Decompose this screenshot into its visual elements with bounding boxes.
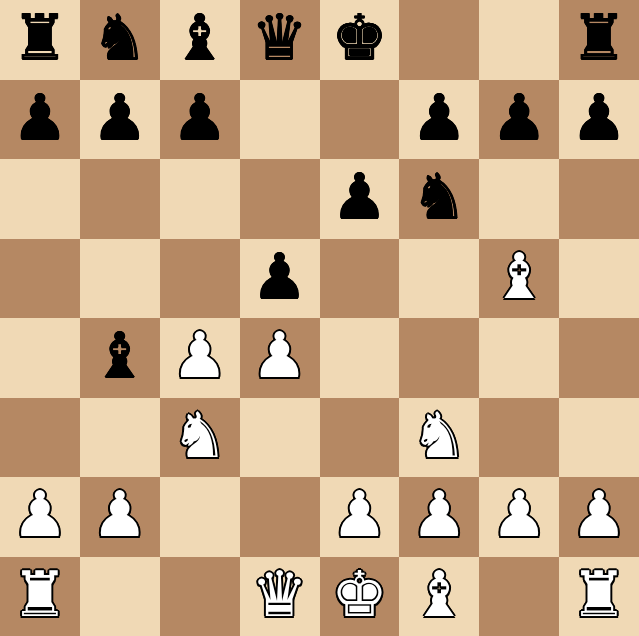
piece-white-rook[interactable]: ♜ — [571, 563, 627, 626]
square-h3[interactable] — [559, 398, 639, 478]
square-h7[interactable]: ♟ — [559, 80, 639, 160]
square-b2[interactable]: ♟ — [80, 477, 160, 557]
piece-black-pawn[interactable]: ♟ — [571, 86, 627, 149]
square-h1[interactable]: ♜ — [559, 557, 639, 636]
square-c8[interactable]: ♝ — [160, 0, 240, 80]
square-e8[interactable]: ♚ — [320, 0, 400, 80]
square-f3[interactable]: ♞ — [399, 398, 479, 478]
square-d2[interactable] — [240, 477, 320, 557]
square-c4[interactable]: ♟ — [160, 318, 240, 398]
square-d7[interactable] — [240, 80, 320, 160]
square-b6[interactable] — [80, 159, 160, 239]
piece-black-knight[interactable]: ♞ — [92, 6, 148, 69]
square-c1[interactable] — [160, 557, 240, 636]
square-b8[interactable]: ♞ — [80, 0, 160, 80]
square-b7[interactable]: ♟ — [80, 80, 160, 160]
square-f7[interactable]: ♟ — [399, 80, 479, 160]
piece-white-pawn[interactable]: ♟ — [491, 483, 547, 546]
square-f4[interactable] — [399, 318, 479, 398]
square-e7[interactable] — [320, 80, 400, 160]
square-c5[interactable] — [160, 239, 240, 319]
piece-white-pawn[interactable]: ♟ — [92, 483, 148, 546]
piece-white-rook[interactable]: ♜ — [12, 563, 68, 626]
square-a3[interactable] — [0, 398, 80, 478]
piece-black-queen[interactable]: ♛ — [251, 6, 307, 69]
square-e1[interactable]: ♚ — [320, 557, 400, 636]
square-f8[interactable] — [399, 0, 479, 80]
square-a5[interactable] — [0, 239, 80, 319]
piece-black-rook[interactable]: ♜ — [12, 6, 68, 69]
piece-black-king[interactable]: ♚ — [331, 6, 387, 69]
square-f5[interactable] — [399, 239, 479, 319]
square-a6[interactable] — [0, 159, 80, 239]
square-h2[interactable]: ♟ — [559, 477, 639, 557]
square-f2[interactable]: ♟ — [399, 477, 479, 557]
square-g4[interactable] — [479, 318, 559, 398]
piece-white-knight[interactable]: ♞ — [171, 404, 227, 467]
square-f1[interactable]: ♝ — [399, 557, 479, 636]
piece-white-pawn[interactable]: ♟ — [571, 483, 627, 546]
piece-black-knight[interactable]: ♞ — [411, 165, 467, 228]
square-g3[interactable] — [479, 398, 559, 478]
square-e4[interactable] — [320, 318, 400, 398]
square-b4[interactable]: ♝ — [80, 318, 160, 398]
piece-white-bishop[interactable]: ♝ — [411, 563, 467, 626]
piece-white-pawn[interactable]: ♟ — [171, 324, 227, 387]
square-a7[interactable]: ♟ — [0, 80, 80, 160]
square-h5[interactable] — [559, 239, 639, 319]
square-h6[interactable] — [559, 159, 639, 239]
piece-black-pawn[interactable]: ♟ — [411, 86, 467, 149]
piece-black-pawn[interactable]: ♟ — [251, 245, 307, 308]
piece-black-pawn[interactable]: ♟ — [331, 165, 387, 228]
square-g2[interactable]: ♟ — [479, 477, 559, 557]
square-e2[interactable]: ♟ — [320, 477, 400, 557]
square-a4[interactable] — [0, 318, 80, 398]
piece-white-knight[interactable]: ♞ — [411, 404, 467, 467]
square-b1[interactable] — [80, 557, 160, 636]
square-e6[interactable]: ♟ — [320, 159, 400, 239]
square-h4[interactable] — [559, 318, 639, 398]
piece-white-queen[interactable]: ♛ — [251, 563, 307, 626]
piece-black-rook[interactable]: ♜ — [571, 6, 627, 69]
chess-board-wrap: ♜♞♝♛♚♜♟♟♟♟♟♟♟♞♟♝♝♟♟♞♞♟♟♟♟♟♟♜♛♚♝♜ — [0, 0, 639, 636]
square-b3[interactable] — [80, 398, 160, 478]
square-d5[interactable]: ♟ — [240, 239, 320, 319]
square-a8[interactable]: ♜ — [0, 0, 80, 80]
piece-white-pawn[interactable]: ♟ — [411, 483, 467, 546]
piece-white-king[interactable]: ♚ — [331, 563, 387, 626]
square-g5[interactable]: ♝ — [479, 239, 559, 319]
square-c6[interactable] — [160, 159, 240, 239]
piece-black-bishop[interactable]: ♝ — [171, 6, 227, 69]
square-c3[interactable]: ♞ — [160, 398, 240, 478]
square-d8[interactable]: ♛ — [240, 0, 320, 80]
piece-black-pawn[interactable]: ♟ — [491, 86, 547, 149]
square-g7[interactable]: ♟ — [479, 80, 559, 160]
square-d4[interactable]: ♟ — [240, 318, 320, 398]
square-g8[interactable] — [479, 0, 559, 80]
piece-white-pawn[interactable]: ♟ — [12, 483, 68, 546]
square-f6[interactable]: ♞ — [399, 159, 479, 239]
square-g1[interactable] — [479, 557, 559, 636]
square-a2[interactable]: ♟ — [0, 477, 80, 557]
square-d1[interactable]: ♛ — [240, 557, 320, 636]
square-g6[interactable] — [479, 159, 559, 239]
square-d3[interactable] — [240, 398, 320, 478]
square-e5[interactable] — [320, 239, 400, 319]
square-a1[interactable]: ♜ — [0, 557, 80, 636]
square-d6[interactable] — [240, 159, 320, 239]
square-c2[interactable] — [160, 477, 240, 557]
square-e3[interactable] — [320, 398, 400, 478]
piece-white-pawn[interactable]: ♟ — [331, 483, 387, 546]
square-h8[interactable]: ♜ — [559, 0, 639, 80]
piece-black-pawn[interactable]: ♟ — [92, 86, 148, 149]
piece-black-pawn[interactable]: ♟ — [171, 86, 227, 149]
square-c7[interactable]: ♟ — [160, 80, 240, 160]
piece-white-pawn[interactable]: ♟ — [251, 324, 307, 387]
piece-black-pawn[interactable]: ♟ — [12, 86, 68, 149]
chess-board: ♜♞♝♛♚♜♟♟♟♟♟♟♟♞♟♝♝♟♟♞♞♟♟♟♟♟♟♜♛♚♝♜ — [0, 0, 639, 636]
square-b5[interactable] — [80, 239, 160, 319]
piece-black-bishop[interactable]: ♝ — [92, 324, 148, 387]
piece-white-bishop[interactable]: ♝ — [491, 245, 547, 308]
